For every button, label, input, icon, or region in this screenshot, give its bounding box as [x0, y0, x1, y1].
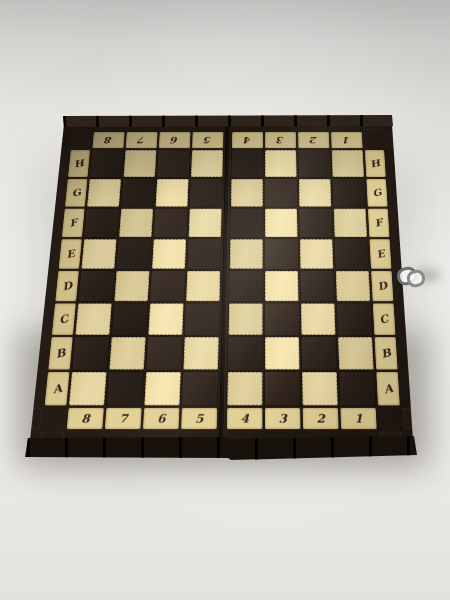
coordinate-label: F — [69, 217, 78, 228]
coordinate-label: G — [71, 187, 82, 198]
square-f5[interactable] — [189, 209, 222, 238]
coordinate-label: F — [373, 217, 383, 228]
square-b6[interactable] — [146, 337, 182, 369]
coordinate-label: 1 — [343, 136, 351, 145]
square-a5[interactable] — [182, 372, 218, 406]
rank-label-bottom-4: 4 — [227, 408, 263, 429]
file-label-left-C: C — [52, 303, 76, 334]
square-d4[interactable] — [229, 271, 263, 301]
rank-label-bottom-2: 2 — [303, 408, 339, 429]
square-a6[interactable] — [144, 372, 181, 406]
square-f3[interactable] — [265, 209, 297, 238]
frame-corner-cell — [73, 124, 93, 130]
coordinate-label: E — [65, 248, 75, 259]
square-b5[interactable] — [183, 337, 218, 369]
square-e8[interactable] — [81, 239, 116, 268]
square-c3[interactable] — [265, 303, 299, 334]
square-b3[interactable] — [265, 337, 300, 369]
file-label-left-B: B — [48, 337, 72, 369]
square-g3[interactable] — [265, 179, 297, 207]
square-h7[interactable] — [123, 150, 156, 177]
file-label-right-C: C — [373, 303, 396, 334]
rank-label-top-2: 2 — [298, 132, 329, 148]
square-g5[interactable] — [190, 179, 223, 207]
square-h6[interactable] — [157, 150, 190, 177]
frame-corner-cell — [61, 132, 70, 148]
coordinate-label: 5 — [204, 136, 211, 145]
square-b7[interactable] — [109, 337, 145, 369]
square-c7[interactable] — [112, 303, 148, 334]
frame-corner-cell — [379, 432, 402, 440]
coordinate-label: G — [371, 187, 383, 198]
photo-scene: 8877665544332211HHGGFFEEDDCCBBAA — [0, 0, 450, 600]
file-label-left-F: F — [62, 209, 85, 238]
square-d8[interactable] — [78, 271, 114, 301]
file-label-right-A: A — [376, 372, 400, 406]
square-a8[interactable] — [69, 372, 107, 406]
coordinate-label: 7 — [138, 136, 146, 145]
frame-corner-cell — [31, 408, 42, 429]
square-c2[interactable] — [301, 303, 336, 334]
file-label-left-G: G — [65, 179, 87, 207]
rank-label-top-7: 7 — [126, 132, 158, 148]
square-b4[interactable] — [228, 337, 263, 369]
square-b1[interactable] — [338, 337, 374, 369]
square-d7[interactable] — [114, 271, 149, 301]
frame-corner-cell — [364, 124, 383, 130]
coordinate-label: A — [52, 382, 63, 395]
square-f1[interactable] — [334, 209, 367, 238]
square-e2[interactable] — [300, 239, 333, 268]
coordinate-label: D — [376, 280, 388, 292]
square-h2[interactable] — [298, 150, 330, 177]
square-h8[interactable] — [90, 150, 123, 177]
file-label-left-E: E — [59, 239, 82, 268]
coordinate-label: 4 — [244, 136, 251, 145]
rank-label-bottom-5: 5 — [181, 408, 217, 429]
file-label-right-B: B — [375, 337, 398, 369]
square-b2[interactable] — [302, 337, 337, 369]
square-d5[interactable] — [186, 271, 220, 301]
file-label-right-H: H — [365, 150, 386, 177]
rank-label-bottom-3: 3 — [265, 408, 301, 429]
coordinate-label: 6 — [157, 413, 166, 424]
coordinate-label: 2 — [316, 413, 325, 424]
file-label-left-A: A — [45, 372, 70, 406]
square-f2[interactable] — [299, 209, 332, 238]
board-perspective-wrapper: 8877665544332211HHGGFFEEDDCCBBAA — [30, 124, 413, 440]
coordinate-label: 4 — [241, 413, 249, 424]
coordinate-label: A — [382, 382, 394, 395]
rank-label-top-5: 5 — [192, 132, 223, 148]
coordinate-label: 3 — [278, 413, 286, 424]
coordinate-label: E — [375, 248, 386, 259]
square-g8[interactable] — [87, 179, 121, 207]
square-a3[interactable] — [265, 372, 300, 406]
file-label-right-F: F — [368, 209, 390, 238]
square-g4[interactable] — [231, 179, 263, 207]
coordinate-label: B — [380, 347, 393, 360]
rank-label-bottom-1: 1 — [340, 408, 376, 429]
rank-label-top-3: 3 — [265, 132, 296, 148]
square-d3[interactable] — [265, 271, 298, 301]
square-c4[interactable] — [229, 303, 263, 334]
coordinate-label: C — [59, 313, 70, 325]
coordinate-label: 5 — [195, 413, 204, 424]
square-g1[interactable] — [333, 179, 366, 207]
rank-label-top-4: 4 — [232, 132, 263, 148]
square-e4[interactable] — [230, 239, 263, 268]
file-label-right-D: D — [371, 271, 393, 301]
square-f8[interactable] — [84, 209, 119, 238]
coordinate-label: B — [55, 347, 66, 360]
square-h1[interactable] — [332, 150, 364, 177]
rank-label-bottom-6: 6 — [143, 408, 179, 429]
square-c6[interactable] — [148, 303, 183, 334]
square-f7[interactable] — [119, 209, 153, 238]
square-g7[interactable] — [121, 179, 155, 207]
square-e1[interactable] — [335, 239, 369, 268]
frame-corner-cell — [385, 132, 393, 148]
square-a1[interactable] — [339, 372, 375, 406]
rank-label-top-8: 8 — [92, 132, 124, 148]
file-label-right-E: E — [369, 239, 391, 268]
frame-corner-cell — [402, 408, 412, 429]
file-label-right-G: G — [366, 179, 387, 207]
square-g2[interactable] — [299, 179, 331, 207]
rank-label-bottom-7: 7 — [105, 408, 142, 429]
coordinate-label: 8 — [105, 136, 113, 145]
rank-label-top-1: 1 — [331, 132, 363, 148]
coordinate-label: 1 — [354, 413, 363, 424]
coordinate-label: 2 — [310, 136, 317, 145]
frame-corner-cell — [41, 432, 64, 440]
square-d2[interactable] — [300, 271, 334, 301]
square-f6[interactable] — [154, 209, 188, 238]
square-h3[interactable] — [265, 150, 296, 177]
coordinate-label: 6 — [171, 136, 179, 145]
square-e6[interactable] — [152, 239, 186, 268]
square-c8[interactable] — [75, 303, 111, 334]
square-h5[interactable] — [191, 150, 223, 177]
square-a7[interactable] — [107, 372, 144, 406]
coordinate-label: C — [378, 313, 390, 325]
rank-label-bottom-8: 8 — [67, 408, 104, 429]
coordinate-label: 8 — [81, 413, 90, 424]
square-a2[interactable] — [302, 372, 338, 406]
square-f4[interactable] — [230, 209, 263, 238]
coordinate-label: D — [62, 280, 73, 292]
square-e5[interactable] — [187, 239, 221, 268]
chess-board: 8877665544332211HHGGFFEEDDCCBBAA — [30, 124, 413, 440]
square-c1[interactable] — [337, 303, 372, 334]
coordinate-label: H — [369, 158, 381, 169]
square-a4[interactable] — [227, 372, 262, 406]
square-d1[interactable] — [336, 271, 371, 301]
file-label-left-D: D — [55, 271, 79, 301]
coordinate-label: H — [73, 158, 84, 169]
coordinate-label: 3 — [277, 136, 284, 145]
square-g6[interactable] — [156, 179, 189, 207]
square-e3[interactable] — [265, 239, 298, 268]
square-b8[interactable] — [72, 337, 109, 369]
file-label-left-H: H — [68, 150, 90, 177]
square-e7[interactable] — [117, 239, 152, 268]
square-d6[interactable] — [150, 271, 185, 301]
square-c5[interactable] — [185, 303, 220, 334]
coordinate-label: 7 — [119, 413, 128, 424]
rank-label-top-6: 6 — [159, 132, 191, 148]
square-h4[interactable] — [231, 150, 263, 177]
